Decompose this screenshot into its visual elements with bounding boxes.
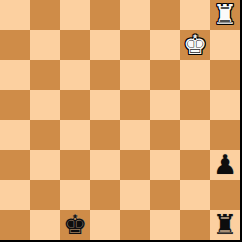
square-g8[interactable] (180, 0, 210, 30)
chess-board: ♜♚♟♚♜ (0, 0, 242, 242)
square-h8[interactable]: ♜ (210, 0, 240, 30)
square-c6[interactable] (60, 60, 90, 90)
square-f4[interactable] (150, 120, 180, 150)
square-c2[interactable] (60, 180, 90, 210)
square-a6[interactable] (0, 60, 30, 90)
piece-black-pawn[interactable]: ♟ (213, 150, 237, 180)
square-f6[interactable] (150, 60, 180, 90)
square-g5[interactable] (180, 90, 210, 120)
square-f5[interactable] (150, 90, 180, 120)
square-a3[interactable] (0, 150, 30, 180)
square-g6[interactable] (180, 60, 210, 90)
square-g3[interactable] (180, 150, 210, 180)
piece-white-king[interactable]: ♚ (183, 30, 207, 60)
square-b3[interactable] (30, 150, 60, 180)
square-f2[interactable] (150, 180, 180, 210)
square-h1[interactable]: ♜ (210, 210, 240, 240)
square-e4[interactable] (120, 120, 150, 150)
square-d4[interactable] (90, 120, 120, 150)
square-d1[interactable] (90, 210, 120, 240)
square-b1[interactable] (30, 210, 60, 240)
square-e3[interactable] (120, 150, 150, 180)
square-e8[interactable] (120, 0, 150, 30)
square-e1[interactable] (120, 210, 150, 240)
square-b4[interactable] (30, 120, 60, 150)
square-b8[interactable] (30, 0, 60, 30)
square-h4[interactable] (210, 120, 240, 150)
square-g1[interactable] (180, 210, 210, 240)
square-g4[interactable] (180, 120, 210, 150)
square-b6[interactable] (30, 60, 60, 90)
square-d6[interactable] (90, 60, 120, 90)
square-b2[interactable] (30, 180, 60, 210)
square-d3[interactable] (90, 150, 120, 180)
square-g7[interactable]: ♚ (180, 30, 210, 60)
square-e6[interactable] (120, 60, 150, 90)
square-h5[interactable] (210, 90, 240, 120)
square-a1[interactable] (0, 210, 30, 240)
square-b7[interactable] (30, 30, 60, 60)
square-c8[interactable] (60, 0, 90, 30)
piece-black-rook[interactable]: ♜ (213, 210, 237, 240)
square-e5[interactable] (120, 90, 150, 120)
square-c7[interactable] (60, 30, 90, 60)
board-grid: ♜♚♟♚♜ (0, 0, 240, 240)
square-c1[interactable]: ♚ (60, 210, 90, 240)
square-d5[interactable] (90, 90, 120, 120)
square-a5[interactable] (0, 90, 30, 120)
square-d7[interactable] (90, 30, 120, 60)
square-f1[interactable] (150, 210, 180, 240)
square-a4[interactable] (0, 120, 30, 150)
square-a8[interactable] (0, 0, 30, 30)
square-g2[interactable] (180, 180, 210, 210)
piece-white-rook[interactable]: ♜ (213, 0, 237, 30)
square-h7[interactable] (210, 30, 240, 60)
square-a7[interactable] (0, 30, 30, 60)
square-h6[interactable] (210, 60, 240, 90)
square-f7[interactable] (150, 30, 180, 60)
square-c3[interactable] (60, 150, 90, 180)
square-c4[interactable] (60, 120, 90, 150)
square-c5[interactable] (60, 90, 90, 120)
square-d2[interactable] (90, 180, 120, 210)
square-f8[interactable] (150, 0, 180, 30)
square-e2[interactable] (120, 180, 150, 210)
square-f3[interactable] (150, 150, 180, 180)
square-b5[interactable] (30, 90, 60, 120)
square-d8[interactable] (90, 0, 120, 30)
square-h3[interactable]: ♟ (210, 150, 240, 180)
square-e7[interactable] (120, 30, 150, 60)
square-h2[interactable] (210, 180, 240, 210)
square-a2[interactable] (0, 180, 30, 210)
piece-black-king[interactable]: ♚ (63, 210, 87, 240)
